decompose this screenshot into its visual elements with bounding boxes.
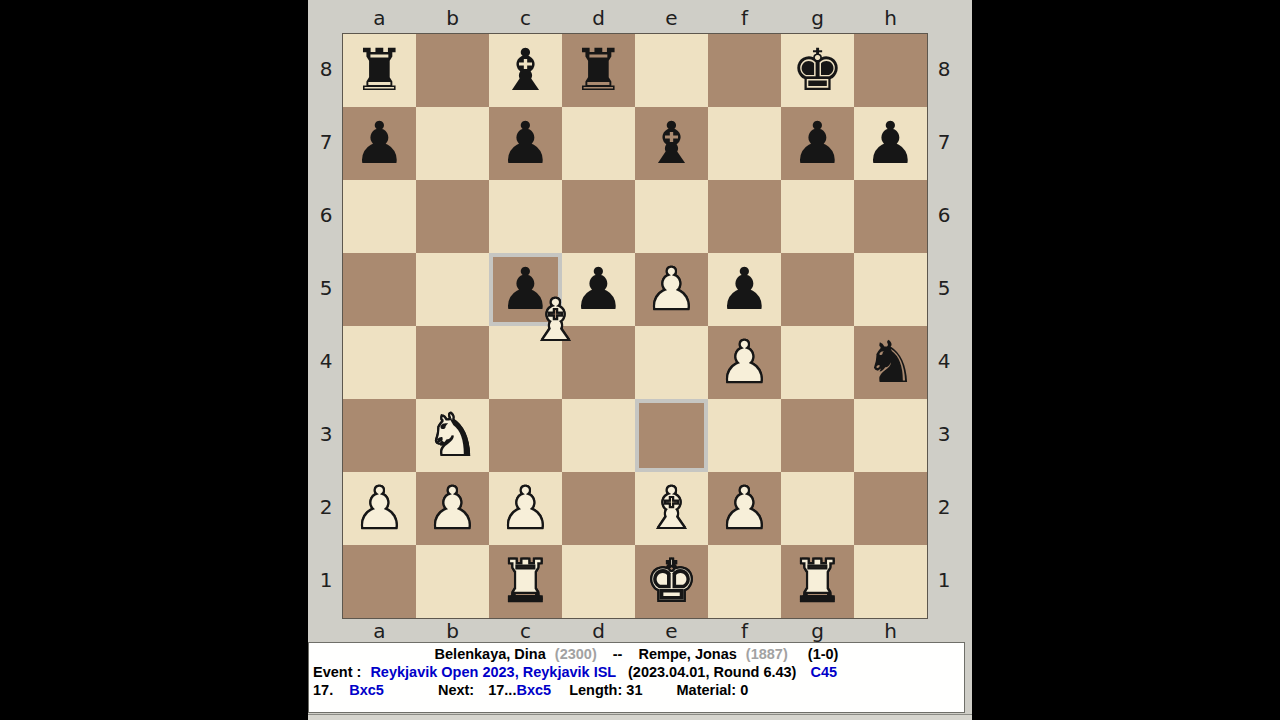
- square-c6[interactable]: [489, 180, 562, 253]
- file-label-top-d: d: [562, 6, 635, 30]
- black-pawn[interactable]: ♟: [343, 107, 416, 180]
- square-h8[interactable]: [854, 34, 927, 107]
- white-bishop-moving[interactable]: ♝: [519, 284, 592, 357]
- material-value: 0: [740, 682, 748, 698]
- rank-label-left-6: 6: [314, 179, 338, 252]
- length-label: Length:: [569, 682, 622, 698]
- rank-label-right-7: 7: [932, 106, 956, 179]
- white-bishop[interactable]: ♝: [635, 472, 708, 545]
- rank-label-left-2: 2: [314, 471, 338, 544]
- square-b8[interactable]: [416, 34, 489, 107]
- square-e7[interactable]: ♝: [635, 107, 708, 180]
- file-label-bottom-f: f: [708, 619, 781, 643]
- square-e6[interactable]: [635, 180, 708, 253]
- square-a5[interactable]: [343, 253, 416, 326]
- rank-label-right-2: 2: [932, 471, 956, 544]
- rank-label-right-6: 6: [932, 179, 956, 252]
- file-label-bottom-e: e: [635, 619, 708, 643]
- square-f2[interactable]: ♟: [708, 472, 781, 545]
- white-pawn[interactable]: ♟: [708, 326, 781, 399]
- next-move-link[interactable]: Bxc5: [516, 682, 551, 698]
- square-d1[interactable]: [562, 545, 635, 618]
- square-a6[interactable]: [343, 180, 416, 253]
- white-knight[interactable]: ♞: [416, 399, 489, 472]
- current-move-link[interactable]: Bxc5: [349, 682, 384, 698]
- file-label-bottom-d: d: [562, 619, 635, 643]
- length-value: 31: [626, 682, 642, 698]
- rank-label-left-7: 7: [314, 106, 338, 179]
- next-label: Next:: [438, 682, 474, 698]
- square-e5[interactable]: ♟: [635, 253, 708, 326]
- rank-label-right-8: 8: [932, 33, 956, 106]
- square-h5[interactable]: [854, 253, 927, 326]
- file-label-top-f: f: [708, 6, 781, 30]
- square-f3[interactable]: [708, 399, 781, 472]
- moves-row: 17. Bxc5 Next: 17...Bxc5 Length: 31 Mate…: [309, 682, 964, 699]
- square-f8[interactable]: [708, 34, 781, 107]
- black-king[interactable]: ♚: [781, 34, 854, 107]
- file-label-top-g: g: [781, 6, 854, 30]
- white-player-name: Belenkaya, Dina: [435, 646, 546, 662]
- black-player-name: Rempe, Jonas: [638, 646, 736, 662]
- event-label: Event :: [313, 664, 361, 680]
- board-area: ♜♝♜♚♟♟♝♟♟♟♟♟♟♟♞♞♟♟♟♝♟♜♚♜ ♝: [342, 33, 926, 617]
- square-g7[interactable]: ♟: [781, 107, 854, 180]
- square-b5[interactable]: [416, 253, 489, 326]
- square-h7[interactable]: ♟: [854, 107, 927, 180]
- square-e4[interactable]: [635, 326, 708, 399]
- square-e2[interactable]: ♝: [635, 472, 708, 545]
- black-pawn[interactable]: ♟: [781, 107, 854, 180]
- square-d8[interactable]: ♜: [562, 34, 635, 107]
- square-a7[interactable]: ♟: [343, 107, 416, 180]
- file-label-top-e: e: [635, 6, 708, 30]
- square-h6[interactable]: [854, 180, 927, 253]
- white-pawn[interactable]: ♟: [416, 472, 489, 545]
- square-e1[interactable]: ♚: [635, 545, 708, 618]
- white-rook[interactable]: ♜: [781, 545, 854, 618]
- square-g1[interactable]: ♜: [781, 545, 854, 618]
- square-f5[interactable]: ♟: [708, 253, 781, 326]
- rank-label-left-4: 4: [314, 325, 338, 398]
- square-f1[interactable]: [708, 545, 781, 618]
- square-a8[interactable]: ♜: [343, 34, 416, 107]
- white-king[interactable]: ♚: [635, 545, 708, 618]
- file-label-bottom-g: g: [781, 619, 854, 643]
- black-bishop[interactable]: ♝: [489, 34, 562, 107]
- square-b1[interactable]: [416, 545, 489, 618]
- square-d6[interactable]: [562, 180, 635, 253]
- viewer-stage: ♜♝♜♚♟♟♝♟♟♟♟♟♟♟♞♞♟♟♟♝♟♜♚♜ ♝ Belenkaya, Di…: [308, 0, 972, 720]
- file-label-top-a: a: [343, 6, 416, 30]
- square-c3[interactable]: [489, 399, 562, 472]
- rank-label-left-1: 1: [314, 544, 338, 617]
- black-rook[interactable]: ♜: [562, 34, 635, 107]
- move-number: 17.: [313, 682, 333, 698]
- event-details: (2023.04.01, Round 6.43): [628, 664, 796, 680]
- rank-label-left-8: 8: [314, 33, 338, 106]
- black-pawn[interactable]: ♟: [708, 253, 781, 326]
- square-g6[interactable]: [781, 180, 854, 253]
- black-pawn[interactable]: ♟: [854, 107, 927, 180]
- next-move-prefix: 17...: [488, 682, 516, 698]
- rank-label-right-5: 5: [932, 252, 956, 325]
- square-d2[interactable]: [562, 472, 635, 545]
- square-g8[interactable]: ♚: [781, 34, 854, 107]
- event-row: Event : Reykjavik Open 2023, Reykjavik I…: [309, 664, 964, 681]
- white-player-rating: (2300): [555, 646, 597, 662]
- file-label-bottom-b: b: [416, 619, 489, 643]
- rank-label-left-5: 5: [314, 252, 338, 325]
- white-pawn[interactable]: ♟: [343, 472, 416, 545]
- square-f7[interactable]: [708, 107, 781, 180]
- black-player-rating: (1887): [746, 646, 788, 662]
- square-e8[interactable]: [635, 34, 708, 107]
- square-a1[interactable]: [343, 545, 416, 618]
- bottom-strip: [308, 714, 972, 720]
- black-bishop[interactable]: ♝: [635, 107, 708, 180]
- square-d7[interactable]: [562, 107, 635, 180]
- square-g3[interactable]: [781, 399, 854, 472]
- white-pawn[interactable]: ♟: [708, 472, 781, 545]
- file-label-bottom-h: h: [854, 619, 927, 643]
- black-rook[interactable]: ♜: [343, 34, 416, 107]
- black-pawn[interactable]: ♟: [489, 107, 562, 180]
- square-g2[interactable]: [781, 472, 854, 545]
- chess-board: ♜♝♜♚♟♟♝♟♟♟♟♟♟♟♞♞♟♟♟♝♟♜♚♜: [342, 33, 928, 619]
- white-rook[interactable]: ♜: [489, 545, 562, 618]
- square-f6[interactable]: [708, 180, 781, 253]
- file-label-top-h: h: [854, 6, 927, 30]
- players-row: Belenkaya, Dina (2300) -- Rempe, Jonas (…: [309, 646, 964, 663]
- square-b4[interactable]: [416, 326, 489, 399]
- square-a2[interactable]: ♟: [343, 472, 416, 545]
- rank-label-right-3: 3: [932, 398, 956, 471]
- square-b7[interactable]: [416, 107, 489, 180]
- game-result: (1-0): [808, 646, 839, 662]
- square-d3[interactable]: [562, 399, 635, 472]
- square-c7[interactable]: ♟: [489, 107, 562, 180]
- file-label-top-b: b: [416, 6, 489, 30]
- file-label-bottom-a: a: [343, 619, 416, 643]
- square-c8[interactable]: ♝: [489, 34, 562, 107]
- eco-code-link[interactable]: C45: [810, 664, 837, 680]
- white-pawn[interactable]: ♟: [489, 472, 562, 545]
- players-separator: --: [613, 646, 623, 662]
- square-h3[interactable]: [854, 399, 927, 472]
- square-h2[interactable]: [854, 472, 927, 545]
- square-b2[interactable]: ♟: [416, 472, 489, 545]
- file-label-bottom-c: c: [489, 619, 562, 643]
- square-f4[interactable]: ♟: [708, 326, 781, 399]
- white-pawn[interactable]: ♟: [635, 253, 708, 326]
- square-c2[interactable]: ♟: [489, 472, 562, 545]
- square-b3[interactable]: ♞: [416, 399, 489, 472]
- square-a3[interactable]: [343, 399, 416, 472]
- rank-label-left-3: 3: [314, 398, 338, 471]
- file-label-top-c: c: [489, 6, 562, 30]
- square-h4[interactable]: ♞: [854, 326, 927, 399]
- square-b6[interactable]: [416, 180, 489, 253]
- game-info-panel: Belenkaya, Dina (2300) -- Rempe, Jonas (…: [308, 642, 965, 713]
- square-h1[interactable]: [854, 545, 927, 618]
- square-e3[interactable]: [635, 399, 708, 472]
- material-label: Material:: [676, 682, 736, 698]
- event-name-link[interactable]: Reykjavik Open 2023, Reykjavik ISL: [370, 664, 616, 680]
- black-knight[interactable]: ♞: [854, 326, 927, 399]
- rank-label-right-1: 1: [932, 544, 956, 617]
- rank-label-right-4: 4: [932, 325, 956, 398]
- square-c1[interactable]: ♜: [489, 545, 562, 618]
- square-g4[interactable]: [781, 326, 854, 399]
- square-a4[interactable]: [343, 326, 416, 399]
- square-g5[interactable]: [781, 253, 854, 326]
